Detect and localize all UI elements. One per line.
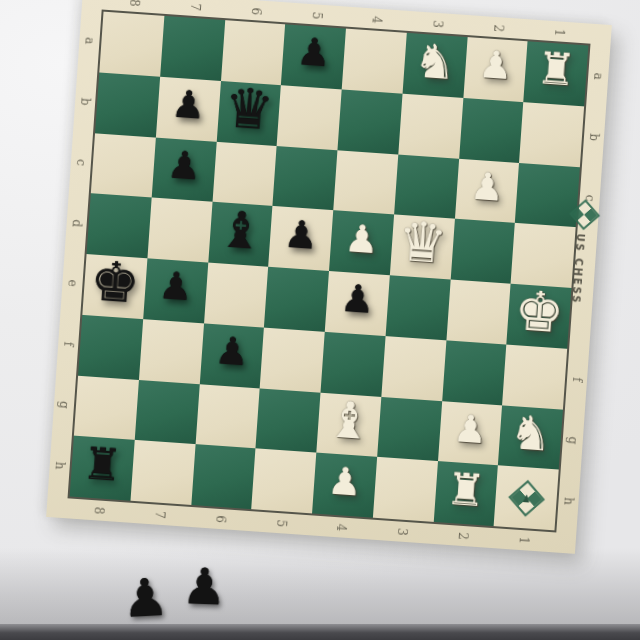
- rank-label-top-7: 7: [186, 0, 205, 17]
- white-knight-g1[interactable]: ♞: [498, 401, 563, 466]
- square-b1[interactable]: [519, 102, 584, 167]
- file-label-left-h: h: [50, 456, 69, 475]
- square-c1[interactable]: [515, 163, 580, 228]
- black-pawn-d5[interactable]: ♟: [269, 202, 334, 267]
- file-label-right-h: h: [559, 491, 578, 510]
- square-a4[interactable]: [342, 29, 407, 94]
- rank-label-bottom-6: 6: [211, 509, 230, 528]
- square-e2[interactable]: [446, 279, 511, 344]
- square-d6[interactable]: ♝: [208, 202, 273, 267]
- square-f5[interactable]: [260, 327, 325, 392]
- black-bishop-d6[interactable]: ♝: [208, 198, 273, 263]
- square-d3[interactable]: ♛: [390, 215, 455, 280]
- board-grid: ♟♞♟♜♟♛♟♟♝♟♟♛♚♟♟♚♟♝♟♞♜♟♜♟: [70, 12, 589, 531]
- square-b7[interactable]: ♟: [156, 76, 221, 141]
- square-h4[interactable]: ♟: [312, 453, 377, 518]
- square-c7[interactable]: ♟: [151, 137, 216, 202]
- white-rook-h2[interactable]: ♜: [434, 457, 499, 522]
- square-e7[interactable]: ♟: [143, 258, 208, 323]
- white-king-e1[interactable]: ♚: [507, 280, 572, 345]
- square-f6[interactable]: ♟: [199, 323, 264, 388]
- captured-black-pawn-1[interactable]: ♟: [121, 571, 170, 625]
- rank-label-top-5: 5: [307, 6, 326, 25]
- rank-label-bottom-1: 1: [514, 531, 533, 550]
- square-g7[interactable]: [134, 379, 199, 444]
- square-f3[interactable]: [381, 336, 446, 401]
- square-f1[interactable]: [502, 344, 567, 409]
- black-pawn-e4[interactable]: ♟: [325, 267, 390, 332]
- black-queen-b6[interactable]: ♛: [217, 77, 282, 142]
- square-e4[interactable]: ♟: [325, 271, 390, 336]
- crest-pawn-icon: ♟: [515, 487, 538, 510]
- table-shadow: [0, 548, 640, 628]
- square-e3[interactable]: [385, 275, 450, 340]
- rank-label-bottom-3: 3: [393, 522, 412, 541]
- file-label-right-g: g: [563, 431, 582, 450]
- square-h5[interactable]: [251, 449, 316, 514]
- square-c4[interactable]: [333, 150, 398, 215]
- square-d7[interactable]: [147, 198, 212, 263]
- rank-label-top-8: 8: [125, 0, 144, 12]
- white-knight-a3[interactable]: ♞: [403, 29, 468, 94]
- rank-label-top-1: 1: [549, 23, 568, 42]
- file-label-left-e: e: [63, 274, 82, 293]
- square-a3[interactable]: ♞: [402, 33, 467, 98]
- rank-label-top-4: 4: [367, 10, 386, 29]
- square-f7[interactable]: [139, 319, 204, 384]
- table-edge: [0, 624, 640, 640]
- file-label-right-a: a: [589, 67, 608, 86]
- white-rook-a1[interactable]: ♜: [524, 37, 589, 102]
- square-a7[interactable]: [160, 16, 225, 81]
- square-b5[interactable]: [277, 85, 342, 150]
- rank-label-bottom-2: 2: [453, 526, 472, 545]
- file-label-right-f: f: [567, 370, 586, 389]
- black-pawn-f6[interactable]: ♟: [200, 319, 265, 384]
- square-g3[interactable]: [377, 396, 442, 461]
- square-a2[interactable]: ♟: [463, 37, 528, 102]
- square-g2[interactable]: ♟: [437, 401, 502, 466]
- us-chess-crest-icon: ♟: [509, 480, 546, 517]
- square-h8[interactable]: ♜: [70, 436, 135, 501]
- square-g8[interactable]: [74, 375, 139, 440]
- rank-label-bottom-7: 7: [150, 505, 169, 524]
- white-pawn-c2[interactable]: ♟: [455, 154, 520, 219]
- square-h2[interactable]: ♜: [433, 461, 498, 526]
- square-e1[interactable]: ♚: [507, 284, 572, 349]
- white-queen-d3[interactable]: ♛: [390, 211, 455, 276]
- file-label-right-b: b: [584, 128, 603, 147]
- rank-label-top-6: 6: [246, 2, 265, 21]
- black-king-e8[interactable]: ♚: [83, 250, 148, 315]
- white-pawn-g2[interactable]: ♟: [438, 397, 503, 462]
- square-b6[interactable]: ♛: [216, 81, 281, 146]
- square-g5[interactable]: [256, 388, 321, 453]
- square-f2[interactable]: [442, 340, 507, 405]
- square-d2[interactable]: [450, 219, 515, 284]
- black-pawn-a5[interactable]: ♟: [281, 20, 346, 85]
- file-label-left-b: b: [76, 92, 95, 111]
- square-c2[interactable]: ♟: [454, 158, 519, 223]
- square-g6[interactable]: [195, 384, 260, 449]
- square-g4[interactable]: ♝: [316, 392, 381, 457]
- photo-scene: ♟♞♟♜♟♛♟♟♝♟♟♛♚♟♟♚♟♝♟♞♜♟♜♟ abcdefghabcfgh8…: [0, 0, 640, 640]
- square-d5[interactable]: ♟: [268, 206, 333, 271]
- black-pawn-c7[interactable]: ♟: [152, 133, 217, 198]
- square-a8[interactable]: [99, 12, 164, 77]
- black-pawn-b7[interactable]: ♟: [156, 72, 221, 137]
- square-f4[interactable]: [321, 332, 386, 397]
- square-e8[interactable]: ♚: [82, 254, 147, 319]
- square-h3[interactable]: [373, 457, 438, 522]
- black-pawn-e7[interactable]: ♟: [143, 254, 208, 319]
- square-g1[interactable]: ♞: [498, 405, 563, 470]
- square-e6[interactable]: [204, 263, 269, 328]
- rank-label-bottom-8: 8: [89, 501, 108, 520]
- rank-label-top-3: 3: [428, 14, 447, 33]
- white-pawn-a2[interactable]: ♟: [463, 33, 528, 98]
- square-h7[interactable]: [130, 440, 195, 505]
- square-d4[interactable]: ♟: [329, 210, 394, 275]
- white-bishop-g4[interactable]: ♝: [317, 388, 382, 453]
- black-rook-h8[interactable]: ♜: [70, 432, 135, 497]
- file-label-left-g: g: [54, 395, 73, 414]
- square-h6[interactable]: [191, 444, 256, 509]
- square-c5[interactable]: [273, 146, 338, 211]
- square-e5[interactable]: [264, 267, 329, 332]
- rank-label-top-2: 2: [489, 19, 508, 38]
- white-pawn-d4[interactable]: ♟: [329, 206, 394, 271]
- square-a5[interactable]: ♟: [281, 24, 346, 89]
- square-b4[interactable]: [337, 89, 402, 154]
- square-f8[interactable]: [78, 315, 143, 380]
- rank-label-bottom-5: 5: [271, 514, 290, 533]
- square-b3[interactable]: [398, 93, 463, 158]
- file-label-left-a: a: [80, 31, 99, 50]
- rank-label-bottom-4: 4: [332, 518, 351, 537]
- file-label-left-c: c: [71, 153, 90, 172]
- square-a1[interactable]: ♜: [524, 41, 589, 106]
- square-c6[interactable]: [212, 141, 277, 206]
- square-h1[interactable]: ♟: [494, 466, 559, 531]
- captured-black-pawn-2[interactable]: ♟: [181, 561, 228, 613]
- square-b2[interactable]: [459, 98, 524, 163]
- file-label-left-f: f: [59, 335, 78, 354]
- square-b8[interactable]: [95, 72, 160, 137]
- file-label-left-d: d: [67, 213, 86, 232]
- chess-board: ♟♞♟♜♟♛♟♟♝♟♟♛♚♟♟♚♟♝♟♞♜♟♜♟ abcdefghabcfgh8…: [46, 0, 612, 554]
- square-c8[interactable]: [91, 133, 156, 198]
- white-pawn-h4[interactable]: ♟: [312, 449, 377, 514]
